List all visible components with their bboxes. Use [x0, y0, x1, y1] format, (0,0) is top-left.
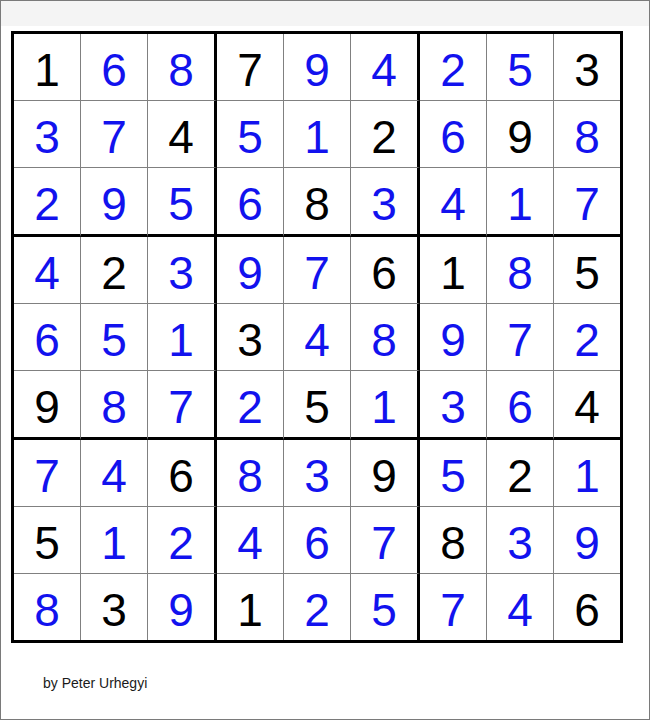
- credit-text: by Peter Urhegyi: [43, 675, 147, 691]
- cell-r1c6[interactable]: 4: [351, 34, 420, 101]
- cell-r4c4[interactable]: 9: [217, 237, 284, 304]
- cell-r5c5[interactable]: 4: [284, 304, 351, 371]
- cell-r5c3[interactable]: 1: [148, 304, 217, 371]
- cell-r1c4[interactable]: 7: [217, 34, 284, 101]
- cell-r4c3[interactable]: 3: [148, 237, 217, 304]
- cell-r3c3[interactable]: 5: [148, 168, 217, 237]
- cell-r8c8[interactable]: 3: [487, 507, 554, 574]
- cell-r1c8[interactable]: 5: [487, 34, 554, 101]
- cell-r9c6[interactable]: 5: [351, 574, 420, 640]
- cell-r6c1[interactable]: 9: [14, 371, 81, 440]
- cell-r6c4[interactable]: 2: [217, 371, 284, 440]
- cell-r4c6[interactable]: 6: [351, 237, 420, 304]
- cell-r6c7[interactable]: 3: [420, 371, 487, 440]
- cell-r1c2[interactable]: 6: [81, 34, 148, 101]
- cell-r7c6[interactable]: 9: [351, 440, 420, 507]
- cell-r1c7[interactable]: 2: [420, 34, 487, 101]
- cell-r7c7[interactable]: 5: [420, 440, 487, 507]
- cell-r5c9[interactable]: 2: [554, 304, 620, 371]
- cell-r9c5[interactable]: 2: [284, 574, 351, 640]
- cell-r6c3[interactable]: 7: [148, 371, 217, 440]
- cell-r3c6[interactable]: 3: [351, 168, 420, 237]
- page: 1687942533745126982956834174239761856513…: [0, 0, 650, 720]
- cell-r1c5[interactable]: 9: [284, 34, 351, 101]
- cell-r1c9[interactable]: 3: [554, 34, 620, 101]
- cell-r7c3[interactable]: 6: [148, 440, 217, 507]
- cell-r2c1[interactable]: 3: [14, 101, 81, 168]
- cell-r5c1[interactable]: 6: [14, 304, 81, 371]
- sudoku-board: 1687942533745126982956834174239761856513…: [11, 31, 623, 643]
- cell-r4c8[interactable]: 8: [487, 237, 554, 304]
- cell-r2c9[interactable]: 8: [554, 101, 620, 168]
- cell-r4c2[interactable]: 2: [81, 237, 148, 304]
- cell-r6c8[interactable]: 6: [487, 371, 554, 440]
- cell-r7c9[interactable]: 1: [554, 440, 620, 507]
- cell-r2c7[interactable]: 6: [420, 101, 487, 168]
- cell-r8c1[interactable]: 5: [14, 507, 81, 574]
- cell-r4c7[interactable]: 1: [420, 237, 487, 304]
- cell-r9c4[interactable]: 1: [217, 574, 284, 640]
- cell-r1c3[interactable]: 8: [148, 34, 217, 101]
- cell-r1c1[interactable]: 1: [14, 34, 81, 101]
- cell-r7c5[interactable]: 3: [284, 440, 351, 507]
- cell-r2c8[interactable]: 9: [487, 101, 554, 168]
- cell-r9c2[interactable]: 3: [81, 574, 148, 640]
- cell-r6c5[interactable]: 5: [284, 371, 351, 440]
- cell-r2c4[interactable]: 5: [217, 101, 284, 168]
- cell-r3c2[interactable]: 9: [81, 168, 148, 237]
- cell-r7c1[interactable]: 7: [14, 440, 81, 507]
- cell-r3c4[interactable]: 6: [217, 168, 284, 237]
- cell-r8c6[interactable]: 7: [351, 507, 420, 574]
- cell-r5c2[interactable]: 5: [81, 304, 148, 371]
- cell-r6c2[interactable]: 8: [81, 371, 148, 440]
- cell-r4c1[interactable]: 4: [14, 237, 81, 304]
- cell-r4c9[interactable]: 5: [554, 237, 620, 304]
- cell-r2c3[interactable]: 4: [148, 101, 217, 168]
- cell-r9c8[interactable]: 4: [487, 574, 554, 640]
- cell-r7c4[interactable]: 8: [217, 440, 284, 507]
- cell-r6c9[interactable]: 4: [554, 371, 620, 440]
- cell-r8c2[interactable]: 1: [81, 507, 148, 574]
- cell-r7c8[interactable]: 2: [487, 440, 554, 507]
- cell-r7c2[interactable]: 4: [81, 440, 148, 507]
- cell-r4c5[interactable]: 7: [284, 237, 351, 304]
- header-strip: [1, 1, 649, 26]
- cell-r2c6[interactable]: 2: [351, 101, 420, 168]
- cell-r5c8[interactable]: 7: [487, 304, 554, 371]
- cell-r3c1[interactable]: 2: [14, 168, 81, 237]
- cell-r5c4[interactable]: 3: [217, 304, 284, 371]
- cell-r8c9[interactable]: 9: [554, 507, 620, 574]
- cell-r8c7[interactable]: 8: [420, 507, 487, 574]
- cell-r9c1[interactable]: 8: [14, 574, 81, 640]
- cell-r2c2[interactable]: 7: [81, 101, 148, 168]
- cell-r5c6[interactable]: 8: [351, 304, 420, 371]
- cell-r3c9[interactable]: 7: [554, 168, 620, 237]
- cell-r8c4[interactable]: 4: [217, 507, 284, 574]
- cell-r5c7[interactable]: 9: [420, 304, 487, 371]
- cell-r9c9[interactable]: 6: [554, 574, 620, 640]
- cell-r6c6[interactable]: 1: [351, 371, 420, 440]
- cell-r3c8[interactable]: 1: [487, 168, 554, 237]
- cell-r3c5[interactable]: 8: [284, 168, 351, 237]
- cell-r9c3[interactable]: 9: [148, 574, 217, 640]
- cell-r9c7[interactable]: 7: [420, 574, 487, 640]
- cell-r8c3[interactable]: 2: [148, 507, 217, 574]
- cell-r8c5[interactable]: 6: [284, 507, 351, 574]
- cell-r2c5[interactable]: 1: [284, 101, 351, 168]
- cell-r3c7[interactable]: 4: [420, 168, 487, 237]
